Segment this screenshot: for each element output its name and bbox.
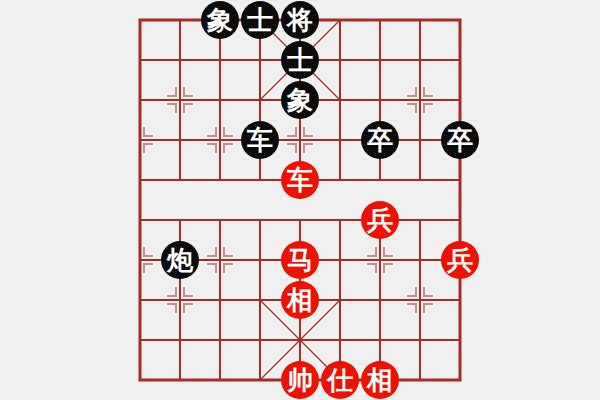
black-elephant[interactable]: 象 — [201, 1, 239, 39]
piece-glyph: 车 — [287, 167, 313, 193]
piece-glyph: 帅 — [287, 367, 313, 393]
red-chariot[interactable]: 车 — [281, 161, 319, 199]
piece-glyph: 象 — [287, 87, 313, 113]
piece-glyph: 兵 — [367, 207, 393, 233]
red-elephant[interactable]: 相 — [281, 281, 319, 319]
black-advisor[interactable]: 士 — [241, 1, 279, 39]
piece-glyph: 士 — [247, 7, 273, 33]
red-elephant[interactable]: 相 — [361, 361, 399, 399]
piece-glyph: 仕 — [327, 367, 353, 393]
piece-glyph: 马 — [287, 247, 313, 273]
piece-glyph: 士 — [287, 47, 313, 73]
piece-glyph: 卒 — [367, 127, 393, 153]
piece-layer: 象士将士象车卒卒炮车兵马兵相帅仕相 — [120, 0, 480, 400]
black-cannon[interactable]: 炮 — [161, 241, 199, 279]
piece-glyph: 炮 — [167, 247, 193, 273]
black-soldier[interactable]: 卒 — [441, 121, 479, 159]
red-general[interactable]: 帅 — [281, 361, 319, 399]
piece-glyph: 车 — [247, 127, 273, 153]
red-soldier[interactable]: 兵 — [361, 201, 399, 239]
piece-glyph: 卒 — [447, 127, 473, 153]
piece-glyph: 相 — [367, 367, 393, 393]
piece-glyph: 将 — [287, 7, 313, 33]
red-horse[interactable]: 马 — [281, 241, 319, 279]
xiangqi-app: 象士将士象车卒卒炮车兵马兵相帅仕相 — [0, 0, 600, 400]
piece-glyph: 相 — [287, 287, 313, 313]
black-general[interactable]: 将 — [281, 1, 319, 39]
red-advisor[interactable]: 仕 — [321, 361, 359, 399]
piece-glyph: 象 — [207, 7, 233, 33]
black-chariot[interactable]: 车 — [241, 121, 279, 159]
piece-glyph: 兵 — [447, 247, 473, 273]
black-elephant[interactable]: 象 — [281, 81, 319, 119]
black-soldier[interactable]: 卒 — [361, 121, 399, 159]
red-soldier[interactable]: 兵 — [441, 241, 479, 279]
black-advisor[interactable]: 士 — [281, 41, 319, 79]
